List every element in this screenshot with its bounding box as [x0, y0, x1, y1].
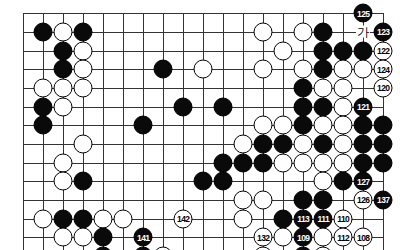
stone — [314, 247, 333, 250]
stone — [74, 209, 93, 228]
stone — [294, 97, 313, 116]
stone — [334, 41, 353, 60]
numbered-stone: 124 — [374, 60, 393, 79]
grid-line-vertical — [23, 13, 24, 250]
stone — [314, 172, 333, 191]
move-number: 108 — [357, 233, 369, 242]
stone — [354, 41, 373, 60]
stone — [34, 22, 53, 41]
stone — [314, 78, 333, 97]
stone — [294, 60, 313, 79]
stone — [274, 134, 293, 153]
stone — [74, 41, 93, 60]
stone — [54, 209, 73, 228]
stone — [374, 134, 393, 153]
stone — [34, 97, 53, 116]
stone — [334, 97, 353, 116]
stone — [374, 153, 393, 172]
stone — [54, 78, 73, 97]
stone — [74, 78, 93, 97]
stone — [274, 228, 293, 247]
move-number: 113 — [297, 214, 309, 223]
stone — [74, 22, 93, 41]
stone — [294, 116, 313, 135]
move-number: 109 — [297, 233, 309, 242]
numbered-stone: 127 — [354, 172, 373, 191]
stone — [294, 134, 313, 153]
move-number: 125 — [357, 9, 369, 18]
stone — [214, 172, 233, 191]
stone — [234, 191, 253, 210]
stone — [334, 153, 353, 172]
move-number: 112 — [337, 233, 349, 242]
stone — [154, 247, 173, 250]
stone — [74, 172, 93, 191]
stone — [294, 247, 313, 250]
point-label-ga: 가 — [356, 25, 370, 37]
stone — [314, 134, 333, 153]
stone — [54, 22, 73, 41]
move-number: 123 — [377, 28, 389, 37]
stone — [274, 116, 293, 135]
stone — [294, 78, 313, 97]
grid-line-horizontal — [23, 13, 384, 14]
stone — [314, 228, 333, 247]
stone — [234, 209, 253, 228]
stone — [94, 228, 113, 247]
stone — [194, 172, 213, 191]
stone — [54, 41, 73, 60]
stone — [294, 153, 313, 172]
stone — [314, 22, 333, 41]
stone — [274, 153, 293, 172]
numbered-stone: 109 — [294, 228, 313, 247]
stone — [354, 153, 373, 172]
stone — [254, 247, 273, 250]
stone — [254, 60, 273, 79]
stone — [94, 247, 113, 250]
move-number: 132 — [257, 233, 269, 242]
stone — [254, 22, 273, 41]
numbered-stone: 141 — [134, 228, 153, 247]
stone — [34, 116, 53, 135]
stone — [54, 153, 73, 172]
stone — [314, 60, 333, 79]
move-number: 124 — [377, 65, 389, 74]
stone — [334, 172, 353, 191]
move-number: 142 — [177, 214, 189, 223]
numbered-stone: 121 — [354, 97, 373, 116]
stone — [74, 228, 93, 247]
stone — [194, 60, 213, 79]
stone — [74, 134, 93, 153]
numbered-stone: 125 — [354, 4, 373, 23]
stone — [134, 247, 153, 250]
numbered-stone: 110 — [334, 209, 353, 228]
stone — [254, 134, 273, 153]
move-number: 110 — [337, 214, 349, 223]
stone — [314, 153, 333, 172]
numbered-stone: 126 — [354, 191, 373, 210]
move-number: 137 — [377, 196, 389, 205]
stone — [54, 228, 73, 247]
stone — [154, 60, 173, 79]
move-number: 141 — [137, 233, 149, 242]
move-number: 120 — [377, 84, 389, 93]
stone — [34, 78, 53, 97]
numbered-stone: 113 — [294, 209, 313, 228]
move-number: 122 — [377, 46, 389, 55]
stone — [354, 116, 373, 135]
move-number: 126 — [357, 196, 369, 205]
numbered-stone: 108 — [354, 228, 373, 247]
numbered-stone: 111 — [314, 209, 333, 228]
stone — [354, 60, 373, 79]
stone — [114, 209, 133, 228]
stone — [274, 41, 293, 60]
grid-line-vertical — [163, 13, 164, 250]
stone — [214, 97, 233, 116]
stone — [334, 134, 353, 153]
grid-line-vertical — [203, 13, 204, 250]
stone — [94, 209, 113, 228]
stone — [214, 153, 233, 172]
numbered-stone: 142 — [174, 209, 193, 228]
stone — [334, 78, 353, 97]
stone — [354, 134, 373, 153]
stone — [254, 191, 273, 210]
move-number: 121 — [357, 102, 369, 111]
stone — [174, 97, 193, 116]
stone — [254, 153, 273, 172]
stone — [314, 41, 333, 60]
numbered-stone: 123 — [374, 22, 393, 41]
numbered-stone: 137 — [374, 191, 393, 210]
numbered-stone: 120 — [374, 78, 393, 97]
go-board-diagram: 1251231221241201211271261371421131111101… — [0, 0, 400, 250]
move-number: 111 — [318, 214, 329, 223]
stone — [134, 116, 153, 135]
stone — [294, 22, 313, 41]
stone — [334, 116, 353, 135]
stone — [234, 153, 253, 172]
stone — [374, 116, 393, 135]
stone — [274, 209, 293, 228]
stone — [314, 116, 333, 135]
stone — [314, 97, 333, 116]
stone — [314, 191, 333, 210]
stone — [74, 60, 93, 79]
move-number: 127 — [357, 177, 369, 186]
stone — [34, 209, 53, 228]
stone — [54, 172, 73, 191]
numbered-stone: 112 — [334, 228, 353, 247]
grid-line-vertical — [223, 13, 224, 250]
stone — [54, 60, 73, 79]
stone — [234, 134, 253, 153]
stone — [294, 191, 313, 210]
numbered-stone: 122 — [374, 41, 393, 60]
stone — [254, 116, 273, 135]
stone — [334, 60, 353, 79]
stone — [54, 97, 73, 116]
numbered-stone: 132 — [254, 228, 273, 247]
